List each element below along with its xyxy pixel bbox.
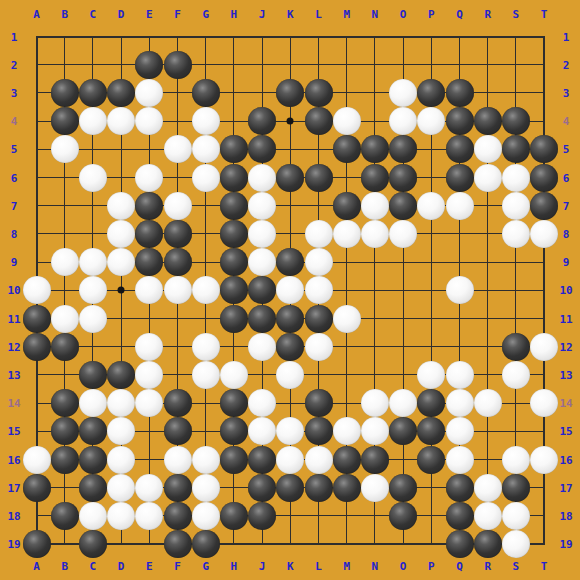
stone-white[interactable] [164,276,192,304]
stone-black[interactable] [248,107,276,135]
stone-white[interactable] [361,220,389,248]
row-coordinate-label: 19 [559,538,572,551]
row-coordinate-label: 5 [11,143,18,156]
stone-white[interactable] [389,79,417,107]
column-coordinate-label: L [315,8,322,21]
column-coordinate-label: K [287,560,294,573]
stone-white[interactable] [474,389,502,417]
stone-white[interactable] [502,530,530,558]
column-coordinate-label: O [400,8,407,21]
stone-black[interactable] [79,474,107,502]
column-coordinate-label: L [315,560,322,573]
column-coordinate-label: Q [456,8,463,21]
row-coordinate-label: 18 [7,509,20,522]
stone-black[interactable] [23,333,51,361]
stone-white[interactable] [192,333,220,361]
stone-white[interactable] [248,164,276,192]
stone-white[interactable] [502,361,530,389]
stone-black[interactable] [276,248,304,276]
stone-white[interactable] [107,446,135,474]
stone-black[interactable] [192,79,220,107]
stone-black[interactable] [220,135,248,163]
stone-black[interactable] [417,389,445,417]
stone-white[interactable] [446,389,474,417]
column-coordinate-label: F [174,560,181,573]
stone-white[interactable] [192,446,220,474]
stone-white[interactable] [248,220,276,248]
stone-black[interactable] [389,502,417,530]
column-coordinate-label: D [118,560,125,573]
column-coordinate-label: R [484,8,491,21]
stone-black[interactable] [248,135,276,163]
row-coordinate-label: 16 [7,453,20,466]
stone-white[interactable] [446,361,474,389]
column-coordinate-label: E [146,8,153,21]
row-coordinate-label: 3 [11,86,18,99]
stone-white[interactable] [135,474,163,502]
row-coordinate-label: 11 [7,312,20,325]
row-coordinate-label: 10 [7,284,20,297]
stone-black[interactable] [79,530,107,558]
stone-white[interactable] [474,135,502,163]
stone-white[interactable] [305,220,333,248]
stone-black[interactable] [135,192,163,220]
column-coordinate-label: G [202,560,209,573]
stone-black[interactable] [220,305,248,333]
stone-white[interactable] [417,361,445,389]
stone-white[interactable] [79,389,107,417]
stone-black[interactable] [446,164,474,192]
stone-black[interactable] [51,417,79,445]
stone-black[interactable] [164,530,192,558]
column-coordinate-label: N [372,8,379,21]
stone-white[interactable] [417,107,445,135]
stone-white[interactable] [51,305,79,333]
star-point [287,118,294,125]
stone-white[interactable] [502,220,530,248]
stone-white[interactable] [276,446,304,474]
stone-black[interactable] [23,530,51,558]
stone-black[interactable] [220,248,248,276]
row-coordinate-label: 18 [559,509,572,522]
row-coordinate-label: 16 [559,453,572,466]
stone-white[interactable] [23,276,51,304]
stone-black[interactable] [220,220,248,248]
row-coordinate-label: 17 [559,481,572,494]
stone-black[interactable] [502,135,530,163]
stone-white[interactable] [23,446,51,474]
column-coordinate-label: Q [456,560,463,573]
column-coordinate-label: F [174,8,181,21]
row-coordinate-label: 5 [563,143,570,156]
stone-white[interactable] [107,474,135,502]
stone-black[interactable] [446,530,474,558]
row-coordinate-label: 12 [7,340,20,353]
stone-white[interactable] [333,107,361,135]
stone-white[interactable] [248,248,276,276]
stone-white[interactable] [192,361,220,389]
stone-white[interactable] [51,135,79,163]
column-coordinate-label: A [33,560,40,573]
stone-white[interactable] [305,446,333,474]
stone-white[interactable] [107,107,135,135]
stone-black[interactable] [333,135,361,163]
row-coordinate-label: 13 [559,368,572,381]
row-coordinate-label: 12 [559,340,572,353]
stone-white[interactable] [107,502,135,530]
row-coordinate-label: 14 [7,397,20,410]
stone-white[interactable] [446,192,474,220]
stone-white[interactable] [446,417,474,445]
stone-black[interactable] [474,530,502,558]
column-coordinate-label: D [118,8,125,21]
stone-black[interactable] [220,276,248,304]
stone-white[interactable] [135,276,163,304]
stone-black[interactable] [220,164,248,192]
stone-white[interactable] [530,220,558,248]
stone-white[interactable] [530,446,558,474]
stone-black[interactable] [446,135,474,163]
column-coordinate-label: O [400,560,407,573]
row-coordinate-label: 9 [563,256,570,269]
column-coordinate-label: T [541,560,548,573]
stone-white[interactable] [135,361,163,389]
column-coordinate-label: H [231,8,238,21]
row-coordinate-label: 7 [11,199,18,212]
row-coordinate-label: 2 [563,58,570,71]
stone-black[interactable] [446,107,474,135]
stone-black[interactable] [164,389,192,417]
stone-black[interactable] [305,474,333,502]
column-coordinate-label: K [287,8,294,21]
column-coordinate-label: B [61,560,68,573]
stone-white[interactable] [276,276,304,304]
stone-black[interactable] [446,79,474,107]
stone-black[interactable] [107,79,135,107]
stone-white[interactable] [79,305,107,333]
stone-white[interactable] [248,389,276,417]
stone-white[interactable] [502,446,530,474]
stone-black[interactable] [389,164,417,192]
stone-black[interactable] [248,305,276,333]
row-coordinate-label: 8 [11,227,18,240]
stone-white[interactable] [361,474,389,502]
stone-black[interactable] [530,135,558,163]
stone-black[interactable] [23,305,51,333]
stone-black[interactable] [51,389,79,417]
stone-black[interactable] [417,79,445,107]
row-coordinate-label: 15 [559,425,572,438]
row-coordinate-label: 14 [559,397,572,410]
stone-white[interactable] [135,79,163,107]
stone-black[interactable] [276,333,304,361]
stone-black[interactable] [220,192,248,220]
column-coordinate-label: J [259,560,266,573]
stone-black[interactable] [135,248,163,276]
stone-black[interactable] [276,79,304,107]
row-coordinate-label: 4 [11,115,18,128]
row-coordinate-label: 8 [563,227,570,240]
stone-white[interactable] [361,192,389,220]
stone-white[interactable] [192,164,220,192]
stone-black[interactable] [389,474,417,502]
stone-black[interactable] [192,530,220,558]
stone-black[interactable] [164,474,192,502]
column-coordinate-label: J [259,8,266,21]
row-coordinate-label: 13 [7,368,20,381]
row-coordinate-label: 4 [563,115,570,128]
row-coordinate-label: 6 [11,171,18,184]
stone-black[interactable] [276,305,304,333]
go-board-app: AABBCCDDEEFFGGHHJJKKLLMMNNOOPPQQRRSSTT11… [0,0,580,580]
stone-white[interactable] [389,389,417,417]
stone-white[interactable] [530,333,558,361]
stone-black[interactable] [305,79,333,107]
stone-white[interactable] [164,192,192,220]
stone-black[interactable] [530,192,558,220]
stone-black[interactable] [248,446,276,474]
row-coordinate-label: 1 [11,30,18,43]
stone-black[interactable] [164,248,192,276]
stone-white[interactable] [276,417,304,445]
stone-white[interactable] [192,502,220,530]
stone-black[interactable] [164,417,192,445]
stone-black[interactable] [79,417,107,445]
stone-black[interactable] [502,474,530,502]
stone-white[interactable] [305,276,333,304]
stone-black[interactable] [51,502,79,530]
stone-white[interactable] [107,248,135,276]
stone-black[interactable] [333,446,361,474]
stone-white[interactable] [79,502,107,530]
stone-white[interactable] [135,164,163,192]
stone-white[interactable] [135,502,163,530]
stone-black[interactable] [389,192,417,220]
stone-white[interactable] [474,474,502,502]
stone-white[interactable] [333,305,361,333]
stone-black[interactable] [276,474,304,502]
stone-white[interactable] [502,502,530,530]
row-coordinate-label: 2 [11,58,18,71]
stone-black[interactable] [305,305,333,333]
stone-white[interactable] [79,276,107,304]
stone-white[interactable] [446,446,474,474]
row-coordinate-label: 7 [563,199,570,212]
row-coordinate-label: 6 [563,171,570,184]
stone-black[interactable] [530,164,558,192]
stone-white[interactable] [220,361,248,389]
stone-black[interactable] [417,417,445,445]
column-coordinate-label: E [146,560,153,573]
stone-black[interactable] [79,79,107,107]
stone-white[interactable] [502,164,530,192]
stone-black[interactable] [135,220,163,248]
stone-black[interactable] [51,79,79,107]
stone-black[interactable] [220,417,248,445]
stone-black[interactable] [361,135,389,163]
stone-white[interactable] [164,135,192,163]
column-coordinate-label: B [61,8,68,21]
column-coordinate-label: P [428,560,435,573]
column-coordinate-label: C [90,8,97,21]
stone-black[interactable] [276,164,304,192]
stone-white[interactable] [389,107,417,135]
stone-black[interactable] [502,333,530,361]
stone-white[interactable] [276,361,304,389]
stone-black[interactable] [248,502,276,530]
row-coordinate-label: 15 [7,425,20,438]
stone-black[interactable] [248,276,276,304]
stone-white[interactable] [192,474,220,502]
column-coordinate-label: T [541,8,548,21]
stone-black[interactable] [305,107,333,135]
stone-white[interactable] [248,333,276,361]
row-coordinate-label: 9 [11,256,18,269]
row-coordinate-label: 17 [7,481,20,494]
stone-white[interactable] [192,107,220,135]
stone-white[interactable] [107,417,135,445]
stone-white[interactable] [79,107,107,135]
stone-white[interactable] [305,248,333,276]
stone-white[interactable] [107,389,135,417]
stone-white[interactable] [333,417,361,445]
stone-white[interactable] [192,135,220,163]
column-coordinate-label: M [343,560,350,573]
stone-black[interactable] [474,107,502,135]
row-coordinate-label: 19 [7,538,20,551]
stone-black[interactable] [79,446,107,474]
star-point [118,287,125,294]
stone-black[interactable] [305,417,333,445]
column-coordinate-label: A [33,8,40,21]
stone-black[interactable] [361,446,389,474]
stone-white[interactable] [248,192,276,220]
stone-black[interactable] [333,474,361,502]
row-coordinate-label: 3 [563,86,570,99]
stone-white[interactable] [305,333,333,361]
column-coordinate-label: G [202,8,209,21]
stone-black[interactable] [305,164,333,192]
stone-black[interactable] [220,502,248,530]
column-coordinate-label: S [513,560,520,573]
stone-white[interactable] [389,220,417,248]
stone-black[interactable] [164,502,192,530]
stone-white[interactable] [192,276,220,304]
stone-white[interactable] [417,192,445,220]
stone-white[interactable] [135,107,163,135]
row-coordinate-label: 11 [559,312,572,325]
stone-black[interactable] [361,164,389,192]
stone-black[interactable] [164,220,192,248]
stone-black[interactable] [51,446,79,474]
stone-white[interactable] [530,389,558,417]
stone-white[interactable] [474,502,502,530]
stone-white[interactable] [135,333,163,361]
stone-black[interactable] [23,474,51,502]
stone-white[interactable] [79,164,107,192]
stone-white[interactable] [107,192,135,220]
stone-black[interactable] [79,361,107,389]
column-coordinate-label: S [513,8,520,21]
stone-black[interactable] [446,502,474,530]
stone-white[interactable] [474,164,502,192]
stone-black[interactable] [164,51,192,79]
column-coordinate-label: C [90,560,97,573]
stone-white[interactable] [248,417,276,445]
stone-white[interactable] [361,389,389,417]
stone-black[interactable] [51,333,79,361]
column-coordinate-label: H [231,560,238,573]
stone-black[interactable] [389,135,417,163]
column-coordinate-label: P [428,8,435,21]
stone-white[interactable] [51,248,79,276]
stone-black[interactable] [220,389,248,417]
stone-black[interactable] [220,446,248,474]
column-coordinate-label: N [372,560,379,573]
column-coordinate-label: R [484,560,491,573]
row-coordinate-label: 10 [559,284,572,297]
stone-black[interactable] [248,474,276,502]
stone-black[interactable] [333,192,361,220]
stone-white[interactable] [164,446,192,474]
stone-black[interactable] [502,107,530,135]
stone-black[interactable] [107,361,135,389]
row-coordinate-label: 1 [563,30,570,43]
stone-white[interactable] [446,276,474,304]
stone-black[interactable] [446,474,474,502]
stone-white[interactable] [361,417,389,445]
stone-white[interactable] [333,220,361,248]
stone-white[interactable] [135,389,163,417]
stone-black[interactable] [389,417,417,445]
stone-black[interactable] [135,51,163,79]
stone-white[interactable] [107,220,135,248]
stone-black[interactable] [51,107,79,135]
stone-white[interactable] [502,192,530,220]
stone-black[interactable] [305,389,333,417]
stone-black[interactable] [417,446,445,474]
stone-white[interactable] [79,248,107,276]
column-coordinate-label: M [343,8,350,21]
